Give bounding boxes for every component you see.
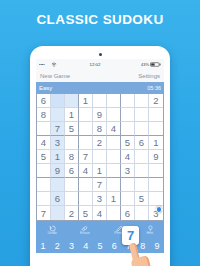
settings-button[interactable]: Settings — [138, 73, 160, 79]
grid-cell-r1c2[interactable] — [51, 94, 65, 108]
grid-cell-r2c6[interactable] — [107, 108, 121, 122]
numpad-key-5[interactable]: 5 — [93, 241, 107, 251]
grid-cell-r2c7[interactable] — [121, 108, 135, 122]
grid-cell-r3c5[interactable]: 8 — [93, 122, 107, 136]
grid-cell-r4c5[interactable]: 2 — [93, 136, 107, 150]
grid-cell-r3c8[interactable] — [135, 122, 149, 136]
key-press-popup: 7 — [122, 226, 139, 245]
grid-cell-r7c5[interactable]: 7 — [93, 178, 107, 192]
grid-cell-r8c6[interactable]: 1 — [107, 192, 121, 206]
battery-percent: 43% — [141, 62, 149, 67]
grid-cell-r4c2[interactable]: 3 — [51, 136, 65, 150]
status-bar: •••• 12:02 43% — [36, 59, 164, 69]
toolbar: UndoErasePencilHint — [36, 221, 164, 238]
grid-cell-r2c5[interactable]: 9 — [93, 108, 107, 122]
grid-cell-r3c6[interactable]: 4 — [107, 122, 121, 136]
grid-cell-r5c4[interactable]: 7 — [79, 150, 93, 164]
grid-cell-r1c4[interactable]: 1 — [79, 94, 93, 108]
grid-cell-r9c8[interactable] — [135, 206, 149, 220]
grid-cell-r7c7[interactable] — [121, 178, 135, 192]
grid-cell-r9c5[interactable]: 4 — [93, 206, 107, 220]
numpad-key-1[interactable]: 1 — [36, 241, 50, 251]
grid-cell-r6c7[interactable]: 3 — [121, 164, 135, 178]
tool-label: Hint — [147, 232, 154, 234]
grid-cell-r9c6[interactable] — [107, 206, 121, 220]
grid-cell-r6c9[interactable] — [149, 164, 163, 178]
grid-cell-r2c2[interactable] — [51, 108, 65, 122]
tap-indicator-dot — [156, 206, 163, 213]
numpad-key-6[interactable]: 6 — [107, 241, 121, 251]
grid-cell-r1c9[interactable]: 2 — [149, 94, 163, 108]
grid-cell-r5c9[interactable]: 9 — [149, 150, 163, 164]
grid-cell-r3c1[interactable] — [37, 122, 51, 136]
grid-cell-r5c7[interactable]: 4 — [121, 150, 135, 164]
grid-cell-r1c5[interactable] — [93, 94, 107, 108]
numpad-key-3[interactable]: 3 — [64, 241, 78, 251]
grid-cell-r3c9[interactable] — [149, 122, 163, 136]
grid-cell-r8c3[interactable] — [65, 192, 79, 206]
grid-cell-r3c2[interactable]: 7 — [51, 122, 65, 136]
grid-cell-r7c2[interactable] — [51, 178, 65, 192]
app-screen: •••• 12:02 43% — [36, 59, 164, 253]
grid-cell-r6c1[interactable] — [37, 164, 51, 178]
grid-cell-r4c9[interactable]: 1 — [149, 136, 163, 150]
grid-cell-r5c2[interactable]: 1 — [51, 150, 65, 164]
wifi-icon — [51, 62, 57, 67]
grid-cell-r6c3[interactable]: 6 — [65, 164, 79, 178]
grid-cell-r1c7[interactable] — [121, 94, 135, 108]
grid-cell-r5c1[interactable]: 5 — [37, 150, 51, 164]
grid-cell-r1c8[interactable] — [135, 94, 149, 108]
grid-cell-r9c3[interactable]: 2 — [65, 206, 79, 220]
grid-cell-r4c7[interactable]: 5 — [121, 136, 135, 150]
grid-cell-r3c7[interactable] — [121, 122, 135, 136]
battery-icon — [150, 62, 161, 67]
grid-cell-r1c6[interactable] — [107, 94, 121, 108]
grid-cell-r6c5[interactable]: 1 — [93, 164, 107, 178]
grid-cell-r2c4[interactable] — [79, 108, 93, 122]
grid-cell-r4c4[interactable] — [79, 136, 93, 150]
grid-cell-r2c9[interactable] — [149, 108, 163, 122]
grid-cell-r9c7[interactable]: 6 — [121, 206, 135, 220]
grid-cell-r3c3[interactable]: 5 — [65, 122, 79, 136]
grid-cell-r7c6[interactable] — [107, 178, 121, 192]
grid-cell-r5c3[interactable]: 8 — [65, 150, 79, 164]
tablet-mockup: •••• 12:02 43% — [30, 46, 170, 266]
grid-cell-r8c8[interactable]: 5 — [135, 192, 149, 206]
numpad-key-2[interactable]: 2 — [50, 241, 64, 251]
grid-cell-r4c3[interactable] — [65, 136, 79, 150]
grid-cell-r8c9[interactable] — [149, 192, 163, 206]
grid-cell-r9c9[interactable]: 3 — [149, 206, 163, 220]
grid-cell-r5c8[interactable] — [135, 150, 149, 164]
erase-button[interactable]: Erase — [75, 225, 95, 236]
status-time: 12:02 — [90, 62, 101, 67]
game-timer: 05:36 — [147, 85, 161, 91]
tool-label: Erase — [80, 232, 90, 234]
grid-cell-r1c3[interactable] — [65, 94, 79, 108]
promo-page: CLASSIC SUDOKU •••• 12:02 43% — [0, 0, 200, 266]
grid-cell-r7c9[interactable] — [149, 178, 163, 192]
grid-cell-r6c4[interactable]: 4 — [79, 164, 93, 178]
grid-cell-r1c1[interactable]: 6 — [37, 94, 51, 108]
new-game-button[interactable]: New Game — [40, 73, 70, 79]
grid-cell-r8c2[interactable]: 6 — [51, 192, 65, 206]
grid-cell-r7c3[interactable] — [65, 178, 79, 192]
grid-cell-r5c6[interactable] — [107, 150, 121, 164]
grid-cell-r7c8[interactable] — [135, 178, 149, 192]
grid-cell-r4c1[interactable]: 4 — [37, 136, 51, 150]
bottom-panel: UndoErasePencilHint 123456789 — [36, 221, 164, 253]
grid-cell-r2c3[interactable]: 1 — [65, 108, 79, 122]
carrier-signal-dots: •••• — [39, 62, 45, 67]
grid-cell-r6c6[interactable] — [107, 164, 121, 178]
grid-cell-r4c8[interactable]: 6 — [135, 136, 149, 150]
grid-cell-r4c6[interactable] — [107, 136, 121, 150]
grid-cell-r6c8[interactable] — [135, 164, 149, 178]
grid-cell-r3c4[interactable] — [79, 122, 93, 136]
numpad-key-4[interactable]: 4 — [79, 241, 93, 251]
grid-cell-r7c1[interactable] — [37, 178, 51, 192]
grid-cell-r9c4[interactable]: 5 — [79, 206, 93, 220]
grid-cell-r2c8[interactable] — [135, 108, 149, 122]
page-title: CLASSIC SUDOKU — [0, 12, 200, 27]
hint-button[interactable]: Hint — [143, 225, 157, 236]
grid-cell-r8c5[interactable]: 3 — [93, 192, 107, 206]
grid-cell-r2c1[interactable]: 8 — [37, 108, 51, 122]
numpad-key-9[interactable]: 9 — [150, 241, 164, 251]
grid-cell-r9c2[interactable] — [51, 206, 65, 220]
grid-cell-r7c4[interactable] — [79, 178, 93, 192]
nav-bar: New Game Settings — [36, 69, 164, 82]
grid-cell-r8c4[interactable] — [79, 192, 93, 206]
grid-cell-r8c7[interactable] — [121, 192, 135, 206]
tool-label: Undo — [48, 232, 57, 234]
grid-cell-r9c1[interactable]: 7 — [37, 206, 51, 220]
difficulty-label: Easy — [39, 85, 52, 91]
grid-cell-r8c1[interactable] — [37, 192, 51, 206]
camera-dot-icon — [99, 53, 102, 56]
grid-cell-r5c5[interactable] — [93, 150, 107, 164]
undo-button[interactable]: Undo — [43, 225, 61, 236]
number-pad: 123456789 — [36, 238, 164, 253]
difficulty-bar: Easy 05:36 — [36, 82, 164, 93]
grid-cell-r6c2[interactable]: 9 — [51, 164, 65, 178]
sudoku-grid: 61281975844325615187499641376315725463 — [36, 93, 164, 221]
